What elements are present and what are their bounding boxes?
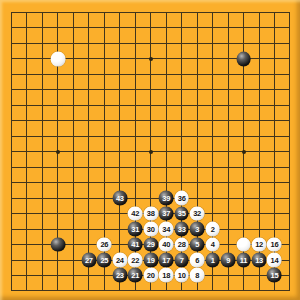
move-number: 21 xyxy=(131,272,139,280)
stone-black-j4: 41 xyxy=(128,237,143,252)
grid-line xyxy=(228,12,229,291)
move-number: 14 xyxy=(271,256,279,264)
move-number: 26 xyxy=(100,241,108,249)
stone-black-f3: 27 xyxy=(81,253,96,268)
move-number: 18 xyxy=(162,272,170,280)
move-number: 40 xyxy=(162,241,170,249)
stone-black-m6: 35 xyxy=(174,206,189,221)
stone-white-k5: 30 xyxy=(143,222,158,237)
move-number: 2 xyxy=(211,225,215,233)
stone-black-j2: 21 xyxy=(128,268,143,283)
stone-black-n4: 5 xyxy=(190,237,205,252)
grid-line xyxy=(289,12,290,291)
stone-white-j6: 42 xyxy=(128,206,143,221)
grid-line xyxy=(11,198,290,199)
stone-white-m2: 10 xyxy=(174,268,189,283)
move-number: 13 xyxy=(255,256,263,264)
move-number: 33 xyxy=(178,225,186,233)
stone-white-k2: 20 xyxy=(143,268,158,283)
move-number: 43 xyxy=(116,194,124,202)
move-number: 23 xyxy=(116,272,124,280)
stone-white-s4: 16 xyxy=(267,237,282,252)
grid-line xyxy=(11,167,290,168)
move-number: 31 xyxy=(131,225,139,233)
move-number: 12 xyxy=(255,241,263,249)
stone-white-h3: 24 xyxy=(112,253,127,268)
move-number: 5 xyxy=(195,241,199,249)
move-number: 28 xyxy=(178,241,186,249)
go-board[interactable]: 1234567891011121314151617181920212223242… xyxy=(0,0,300,300)
stone-white-o5: 2 xyxy=(205,222,220,237)
stone-white-q4 xyxy=(236,237,251,252)
stone-white-d16 xyxy=(51,52,66,67)
move-number: 16 xyxy=(271,241,279,249)
stone-black-s2: 15 xyxy=(267,268,282,283)
move-number: 25 xyxy=(100,256,108,264)
move-number: 15 xyxy=(271,272,279,280)
stone-white-r4: 12 xyxy=(252,237,267,252)
stone-black-k4: 29 xyxy=(143,237,158,252)
stone-black-d4 xyxy=(51,237,66,252)
move-number: 17 xyxy=(162,256,170,264)
move-number: 11 xyxy=(240,256,247,264)
stone-black-o3: 1 xyxy=(205,253,220,268)
stone-black-m5: 33 xyxy=(174,222,189,237)
move-number: 6 xyxy=(195,256,199,264)
stone-black-g3: 25 xyxy=(97,253,112,268)
move-number: 37 xyxy=(162,210,170,218)
move-number: 8 xyxy=(195,272,199,280)
star-point xyxy=(242,150,246,154)
stone-white-j3: 22 xyxy=(128,253,143,268)
stone-black-l7: 39 xyxy=(159,191,174,206)
stone-white-g4: 26 xyxy=(97,237,112,252)
grid-line xyxy=(11,182,290,183)
move-number: 36 xyxy=(178,194,186,202)
move-number: 29 xyxy=(147,241,155,249)
stone-black-h2: 23 xyxy=(112,268,127,283)
stone-white-s3: 14 xyxy=(267,253,282,268)
move-number: 4 xyxy=(211,241,215,249)
stone-white-m7: 36 xyxy=(174,191,189,206)
move-number: 7 xyxy=(180,256,184,264)
move-number: 30 xyxy=(147,225,155,233)
grid-line xyxy=(11,290,290,291)
stone-white-l5: 34 xyxy=(159,222,174,237)
stone-white-n6: 32 xyxy=(190,206,205,221)
stone-white-m4: 28 xyxy=(174,237,189,252)
star-point xyxy=(56,150,60,154)
stone-white-n3: 6 xyxy=(190,253,205,268)
stone-black-l6: 37 xyxy=(159,206,174,221)
stone-black-p3: 9 xyxy=(221,253,236,268)
stone-black-q16 xyxy=(236,52,251,67)
stone-white-l4: 40 xyxy=(159,237,174,252)
move-number: 10 xyxy=(178,272,186,280)
move-number: 27 xyxy=(85,256,93,264)
stone-white-o4: 4 xyxy=(205,237,220,252)
stone-black-q3: 11 xyxy=(236,253,251,268)
move-number: 9 xyxy=(226,256,230,264)
stone-black-k3: 19 xyxy=(143,253,158,268)
stone-black-r3: 13 xyxy=(252,253,267,268)
stone-black-m3: 7 xyxy=(174,253,189,268)
move-number: 42 xyxy=(131,210,139,218)
stone-black-h7: 43 xyxy=(112,191,127,206)
stone-black-n5: 3 xyxy=(190,222,205,237)
stone-white-n2: 8 xyxy=(190,268,205,283)
star-point xyxy=(149,57,153,61)
move-number: 19 xyxy=(147,256,155,264)
move-number: 24 xyxy=(116,256,124,264)
stone-black-l3: 17 xyxy=(159,253,174,268)
move-number: 22 xyxy=(131,256,139,264)
move-number: 38 xyxy=(147,210,155,218)
move-number: 1 xyxy=(211,256,215,264)
move-number: 35 xyxy=(178,210,186,218)
stone-black-j5: 31 xyxy=(128,222,143,237)
move-number: 20 xyxy=(147,272,155,280)
star-point xyxy=(149,150,153,154)
move-number: 32 xyxy=(193,210,201,218)
move-number: 3 xyxy=(195,225,199,233)
stone-white-k6: 38 xyxy=(143,206,158,221)
move-number: 41 xyxy=(131,241,139,249)
move-number: 39 xyxy=(162,194,170,202)
move-number: 34 xyxy=(162,225,170,233)
stone-white-l2: 18 xyxy=(159,268,174,283)
